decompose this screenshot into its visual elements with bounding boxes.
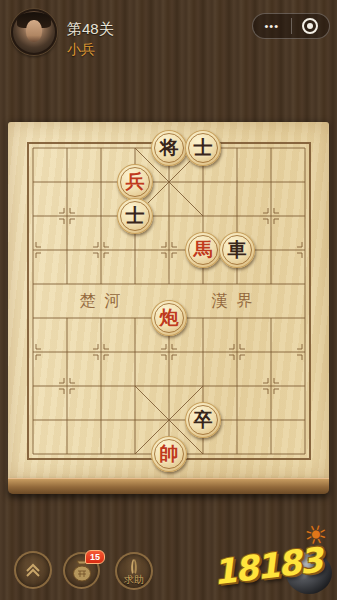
piece-character: 馬 xyxy=(194,232,213,268)
item-count-badge: 15 xyxy=(85,550,105,564)
player-rank: 小兵 xyxy=(67,41,95,59)
piece-red-cannon[interactable]: 炮 xyxy=(151,300,187,336)
item-bag-button[interactable]: 15 xyxy=(63,552,100,589)
board-edge xyxy=(8,478,329,494)
piece-black-general[interactable]: 将 xyxy=(151,130,187,166)
double-chevron-up-icon xyxy=(21,558,45,582)
player-avatar[interactable] xyxy=(11,9,57,55)
piece-black-chariot[interactable]: 車 xyxy=(219,232,255,268)
river-label-right: 漢界 xyxy=(190,289,274,313)
piece-character: 車 xyxy=(228,232,247,268)
river-label-left: 楚河 xyxy=(58,289,142,313)
ask-help-label: 求助 xyxy=(117,573,151,587)
exit-miniprogram-button[interactable] xyxy=(292,18,330,34)
ask-help-button[interactable]: 求助 xyxy=(115,552,153,590)
piece-character: 炮 xyxy=(160,300,179,336)
piece-character: 卒 xyxy=(194,402,213,438)
exit-circle-icon xyxy=(302,18,318,34)
wechat-capsule: ••• xyxy=(252,13,330,39)
level-title: 第48关 xyxy=(67,20,114,39)
more-options-icon[interactable]: ••• xyxy=(253,14,291,38)
piece-character: 士 xyxy=(194,130,213,166)
piece-character: 兵 xyxy=(126,164,145,200)
piece-black-advisor[interactable]: 士 xyxy=(185,130,221,166)
piece-character: 帥 xyxy=(160,436,179,472)
collapse-toolbar-button[interactable] xyxy=(14,551,52,589)
xiangqi-board[interactable]: 楚河 漢界 将士兵士馬車炮卒帥 xyxy=(8,122,329,478)
18183-watermark: ☀ 18183 xyxy=(213,524,335,594)
piece-black-advisor[interactable]: 士 xyxy=(117,198,153,234)
piece-red-general[interactable]: 帥 xyxy=(151,436,187,472)
piece-red-horse[interactable]: 馬 xyxy=(185,232,221,268)
piece-black-soldier[interactable]: 卒 xyxy=(185,402,221,438)
piece-character: 将 xyxy=(160,130,179,166)
piece-character: 士 xyxy=(126,198,145,234)
piece-red-soldier[interactable]: 兵 xyxy=(117,164,153,200)
